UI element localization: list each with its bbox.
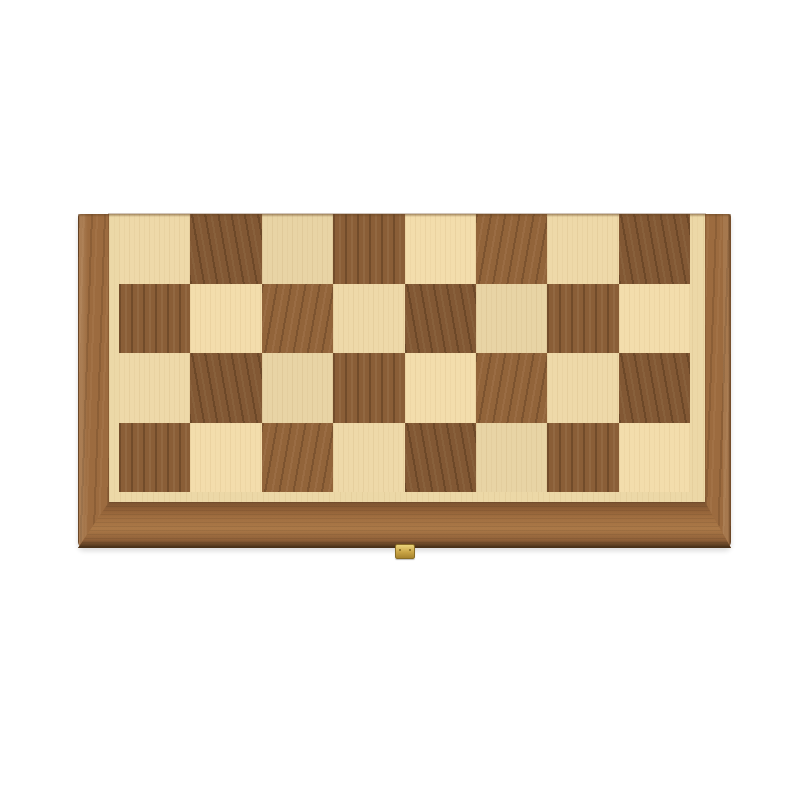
square-r2c1 [119, 284, 190, 354]
square-r1c6 [476, 214, 547, 284]
square-r2c4 [333, 284, 404, 354]
square-r1c5 [405, 214, 476, 284]
square-r3c5 [405, 353, 476, 423]
maple-border [109, 214, 705, 502]
square-r4c8 [619, 423, 690, 493]
square-r1c7 [547, 214, 618, 284]
square-r2c5 [405, 284, 476, 354]
square-r3c7 [547, 353, 618, 423]
square-r3c8 [619, 353, 690, 423]
square-r2c3 [262, 284, 333, 354]
square-r1c3 [262, 214, 333, 284]
folded-chessboard-box [78, 214, 731, 548]
product-photo [0, 0, 800, 800]
square-r3c1 [119, 353, 190, 423]
square-r1c8 [619, 214, 690, 284]
square-r2c8 [619, 284, 690, 354]
square-r1c1 [119, 214, 190, 284]
brass-clasp-icon [395, 544, 415, 559]
checkerboard-grid [119, 214, 690, 492]
square-r3c4 [333, 353, 404, 423]
frame-bottom-bevel [78, 502, 731, 548]
square-r3c6 [476, 353, 547, 423]
square-r3c2 [190, 353, 261, 423]
square-r2c2 [190, 284, 261, 354]
square-r4c2 [190, 423, 261, 493]
square-r2c6 [476, 284, 547, 354]
square-r4c3 [262, 423, 333, 493]
square-r4c6 [476, 423, 547, 493]
square-r1c2 [190, 214, 261, 284]
square-r4c7 [547, 423, 618, 493]
square-r1c4 [333, 214, 404, 284]
square-r3c3 [262, 353, 333, 423]
square-r4c5 [405, 423, 476, 493]
square-r4c1 [119, 423, 190, 493]
square-r4c4 [333, 423, 404, 493]
square-r2c7 [547, 284, 618, 354]
